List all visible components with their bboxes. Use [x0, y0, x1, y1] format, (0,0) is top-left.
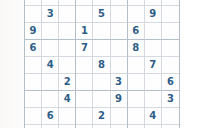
sudoku-cell[interactable]: 1 [76, 23, 93, 40]
sudoku-cell[interactable] [59, 57, 76, 74]
sudoku-cell[interactable] [42, 23, 59, 40]
sudoku-cell[interactable] [111, 108, 128, 125]
sudoku-cell[interactable]: 2 [93, 108, 110, 125]
sudoku-cell[interactable] [145, 74, 162, 91]
sudoku-cell[interactable]: 3 [111, 74, 128, 91]
sudoku-cell[interactable]: 6 [25, 40, 42, 57]
sudoku-cell[interactable] [59, 6, 76, 23]
sudoku-cell[interactable]: 6 [42, 108, 59, 125]
sudoku-cell[interactable]: 6 [128, 23, 145, 40]
sudoku-cell[interactable] [93, 23, 110, 40]
sudoku-cell[interactable] [145, 23, 162, 40]
sudoku-cell[interactable] [42, 40, 59, 57]
sudoku-cell[interactable] [25, 6, 42, 23]
sudoku-cell[interactable] [76, 108, 93, 125]
sudoku-cell[interactable]: 2 [59, 74, 76, 91]
sudoku-cell[interactable] [128, 74, 145, 91]
sudoku-cell[interactable] [59, 23, 76, 40]
sudoku-cell[interactable] [128, 91, 145, 108]
sudoku-cell[interactable]: 6 [162, 74, 179, 91]
sudoku-cell[interactable]: 8 [93, 57, 110, 74]
sudoku-cell[interactable] [111, 40, 128, 57]
sudoku-cell[interactable]: 5 [93, 6, 110, 23]
sudoku-cell[interactable] [145, 91, 162, 108]
sudoku-cell[interactable]: 4 [145, 108, 162, 125]
sudoku-cell[interactable] [128, 125, 145, 128]
sudoku-cell[interactable]: 3 [162, 91, 179, 108]
sudoku-cell[interactable]: 3 [42, 6, 59, 23]
sudoku-cell[interactable]: 4 [59, 91, 76, 108]
sudoku-cell[interactable] [42, 125, 59, 128]
sudoku-cell[interactable] [111, 125, 128, 128]
sudoku-cell[interactable] [76, 57, 93, 74]
sudoku-cell[interactable] [128, 6, 145, 23]
sudoku-cell[interactable] [76, 6, 93, 23]
sudoku-cell[interactable] [25, 74, 42, 91]
sudoku-cell[interactable] [25, 57, 42, 74]
sudoku-viewport: 359916678487236493624 [0, 0, 205, 128]
sudoku-cell[interactable]: 8 [128, 40, 145, 57]
sudoku-cell[interactable] [93, 74, 110, 91]
sudoku-cell[interactable] [111, 6, 128, 23]
sudoku-cell[interactable] [76, 125, 93, 128]
sudoku-cell[interactable] [128, 57, 145, 74]
sudoku-cell[interactable] [145, 125, 162, 128]
sudoku-cell[interactable] [42, 74, 59, 91]
sudoku-cell[interactable] [145, 40, 162, 57]
sudoku-cell[interactable]: 9 [25, 23, 42, 40]
sudoku-cell[interactable] [76, 74, 93, 91]
sudoku-cell[interactable] [59, 40, 76, 57]
sudoku-board: 359916678487236493624 [24, 0, 180, 128]
sudoku-cell[interactable]: 9 [145, 6, 162, 23]
sudoku-cell[interactable] [162, 6, 179, 23]
sudoku-cell[interactable] [25, 108, 42, 125]
sudoku-cell[interactable] [59, 125, 76, 128]
sudoku-cell[interactable]: 7 [76, 40, 93, 57]
sudoku-cell[interactable] [25, 125, 42, 128]
sudoku-cell[interactable] [93, 125, 110, 128]
sudoku-cell[interactable] [162, 57, 179, 74]
sudoku-cell[interactable] [162, 23, 179, 40]
sudoku-cell[interactable] [59, 108, 76, 125]
sudoku-cell[interactable] [25, 91, 42, 108]
sudoku-cell[interactable] [162, 108, 179, 125]
sudoku-cell[interactable] [111, 57, 128, 74]
sudoku-cell[interactable]: 4 [42, 57, 59, 74]
sudoku-cell[interactable] [128, 108, 145, 125]
sudoku-cell[interactable] [93, 91, 110, 108]
sudoku-cell[interactable] [93, 40, 110, 57]
sudoku-cell[interactable] [162, 125, 179, 128]
sudoku-cell[interactable] [111, 23, 128, 40]
sudoku-cell[interactable]: 7 [145, 57, 162, 74]
sudoku-cell[interactable]: 9 [111, 91, 128, 108]
sudoku-cell[interactable] [162, 40, 179, 57]
sudoku-cell[interactable] [76, 91, 93, 108]
sudoku-cell[interactable] [42, 91, 59, 108]
